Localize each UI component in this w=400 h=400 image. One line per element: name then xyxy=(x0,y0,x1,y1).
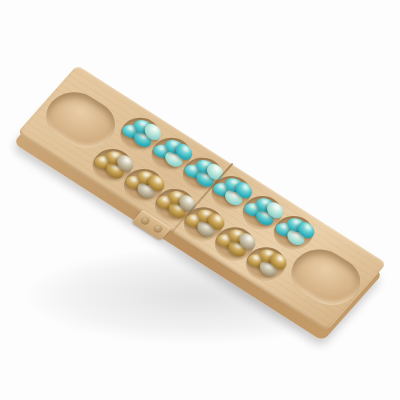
product-photo xyxy=(0,0,400,400)
